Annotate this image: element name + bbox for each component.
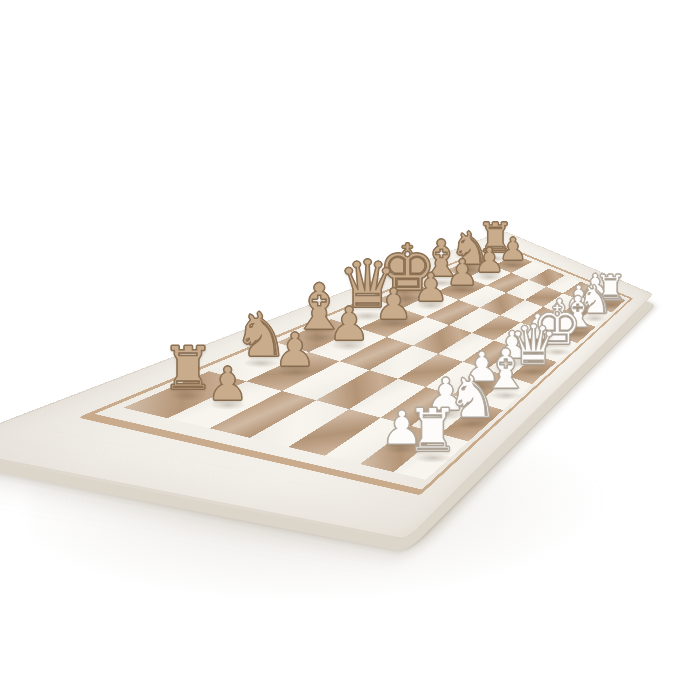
piece-contact-shadow — [415, 453, 451, 464]
pieces-layer: ♜♞♝♛♚♝♞♜♟♟♟♟♟♟♟♟♟♟♟♟♟♟♟♟♜♞♝♛♚♝♞♜ — [0, 0, 700, 700]
piece-black-pawn-a7[interactable]: ♟ — [186, 361, 270, 408]
marble-chess-set-photo: ♜♞♝♛♚♝♞♜♟♟♟♟♟♟♟♟♟♟♟♟♟♟♟♟♜♞♝♛♚♝♞♜ — [0, 0, 700, 700]
piece-white-rook-a1[interactable]: ♜ — [391, 401, 475, 460]
white-rook-glyph: ♜ — [391, 401, 475, 460]
piece-contact-shadow — [277, 367, 313, 378]
piece-contact-shadow — [210, 400, 246, 411]
